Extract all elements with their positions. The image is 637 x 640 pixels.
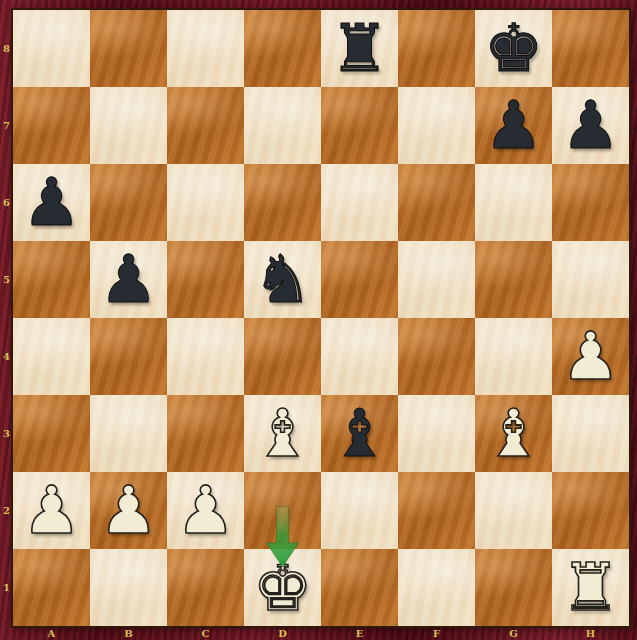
square-d2[interactable] xyxy=(244,472,321,549)
square-e1[interactable] xyxy=(321,549,398,626)
square-c5[interactable] xyxy=(167,241,244,318)
square-f4[interactable] xyxy=(398,318,475,395)
square-e8[interactable]: ♜ xyxy=(321,10,398,87)
piece-white-pawn[interactable]: ♟ xyxy=(176,478,235,544)
square-f2[interactable] xyxy=(398,472,475,549)
square-c3[interactable] xyxy=(167,395,244,472)
square-d1[interactable]: ♚ xyxy=(244,549,321,626)
square-f8[interactable] xyxy=(398,10,475,87)
rank-label-5: 5 xyxy=(0,241,13,318)
piece-black-pawn[interactable]: ♟ xyxy=(22,170,81,236)
square-e3[interactable]: ♝ xyxy=(321,395,398,472)
piece-black-rook[interactable]: ♜ xyxy=(330,16,389,82)
square-d4[interactable] xyxy=(244,318,321,395)
square-a4[interactable] xyxy=(13,318,90,395)
square-g5[interactable] xyxy=(475,241,552,318)
square-a6[interactable]: ♟ xyxy=(13,164,90,241)
rank-label-7: 7 xyxy=(0,87,13,164)
square-b6[interactable] xyxy=(90,164,167,241)
square-f5[interactable] xyxy=(398,241,475,318)
square-e7[interactable] xyxy=(321,87,398,164)
square-d6[interactable] xyxy=(244,164,321,241)
square-a2[interactable]: ♟ xyxy=(13,472,90,549)
rank-label-4: 4 xyxy=(0,318,13,395)
file-label-h: H xyxy=(552,626,629,640)
square-g3[interactable]: ♝ xyxy=(475,395,552,472)
square-e5[interactable] xyxy=(321,241,398,318)
square-b5[interactable]: ♟ xyxy=(90,241,167,318)
square-h2[interactable] xyxy=(552,472,629,549)
rank-label-8: 8 xyxy=(0,10,13,87)
square-c6[interactable] xyxy=(167,164,244,241)
square-b3[interactable] xyxy=(90,395,167,472)
file-label-d: D xyxy=(244,626,321,640)
rank-label-6: 6 xyxy=(0,164,13,241)
rank-label-1: 1 xyxy=(0,549,13,626)
piece-black-pawn[interactable]: ♟ xyxy=(561,93,620,159)
piece-white-bishop[interactable]: ♝ xyxy=(484,401,543,467)
file-label-g: G xyxy=(475,626,552,640)
piece-black-pawn[interactable]: ♟ xyxy=(99,247,158,313)
square-f7[interactable] xyxy=(398,87,475,164)
square-e4[interactable] xyxy=(321,318,398,395)
file-label-b: B xyxy=(90,626,167,640)
square-c7[interactable] xyxy=(167,87,244,164)
square-a7[interactable] xyxy=(13,87,90,164)
square-e2[interactable] xyxy=(321,472,398,549)
square-d7[interactable] xyxy=(244,87,321,164)
square-g2[interactable] xyxy=(475,472,552,549)
square-a1[interactable] xyxy=(13,549,90,626)
square-g4[interactable] xyxy=(475,318,552,395)
chess-board-frame: ♜♚♟♟♟♟♞♟♝♝♝♟♟♟♚♜ 87654321 ABCDEFGH xyxy=(0,0,637,640)
square-c4[interactable] xyxy=(167,318,244,395)
square-c8[interactable] xyxy=(167,10,244,87)
square-a5[interactable] xyxy=(13,241,90,318)
piece-white-pawn[interactable]: ♟ xyxy=(561,324,620,390)
square-d5[interactable]: ♞ xyxy=(244,241,321,318)
piece-white-bishop[interactable]: ♝ xyxy=(253,401,312,467)
piece-black-pawn[interactable]: ♟ xyxy=(484,93,543,159)
piece-white-pawn[interactable]: ♟ xyxy=(99,478,158,544)
square-d8[interactable] xyxy=(244,10,321,87)
piece-black-knight[interactable]: ♞ xyxy=(253,247,312,313)
square-c2[interactable]: ♟ xyxy=(167,472,244,549)
square-c1[interactable] xyxy=(167,549,244,626)
square-b2[interactable]: ♟ xyxy=(90,472,167,549)
rank-label-3: 3 xyxy=(0,395,13,472)
piece-white-king[interactable]: ♚ xyxy=(253,555,312,621)
square-e6[interactable] xyxy=(321,164,398,241)
square-g7[interactable]: ♟ xyxy=(475,87,552,164)
file-label-a: A xyxy=(13,626,90,640)
square-a8[interactable] xyxy=(13,10,90,87)
square-d3[interactable]: ♝ xyxy=(244,395,321,472)
square-g6[interactable] xyxy=(475,164,552,241)
file-label-f: F xyxy=(398,626,475,640)
square-b8[interactable] xyxy=(90,10,167,87)
piece-black-king[interactable]: ♚ xyxy=(484,16,543,82)
square-b1[interactable] xyxy=(90,549,167,626)
square-g8[interactable]: ♚ xyxy=(475,10,552,87)
square-a3[interactable] xyxy=(13,395,90,472)
square-h5[interactable] xyxy=(552,241,629,318)
square-f6[interactable] xyxy=(398,164,475,241)
square-h3[interactable] xyxy=(552,395,629,472)
rank-label-2: 2 xyxy=(0,472,13,549)
file-label-c: C xyxy=(167,626,244,640)
square-f3[interactable] xyxy=(398,395,475,472)
piece-white-rook[interactable]: ♜ xyxy=(561,555,620,621)
file-label-e: E xyxy=(321,626,398,640)
square-g1[interactable] xyxy=(475,549,552,626)
square-f1[interactable] xyxy=(398,549,475,626)
square-h6[interactable] xyxy=(552,164,629,241)
square-h7[interactable]: ♟ xyxy=(552,87,629,164)
square-h4[interactable]: ♟ xyxy=(552,318,629,395)
chess-board: ♜♚♟♟♟♟♞♟♝♝♝♟♟♟♚♜ xyxy=(13,10,629,626)
square-b4[interactable] xyxy=(90,318,167,395)
piece-white-pawn[interactable]: ♟ xyxy=(22,478,81,544)
piece-black-bishop[interactable]: ♝ xyxy=(330,401,389,467)
square-b7[interactable] xyxy=(90,87,167,164)
square-h8[interactable] xyxy=(552,10,629,87)
square-h1[interactable]: ♜ xyxy=(552,549,629,626)
